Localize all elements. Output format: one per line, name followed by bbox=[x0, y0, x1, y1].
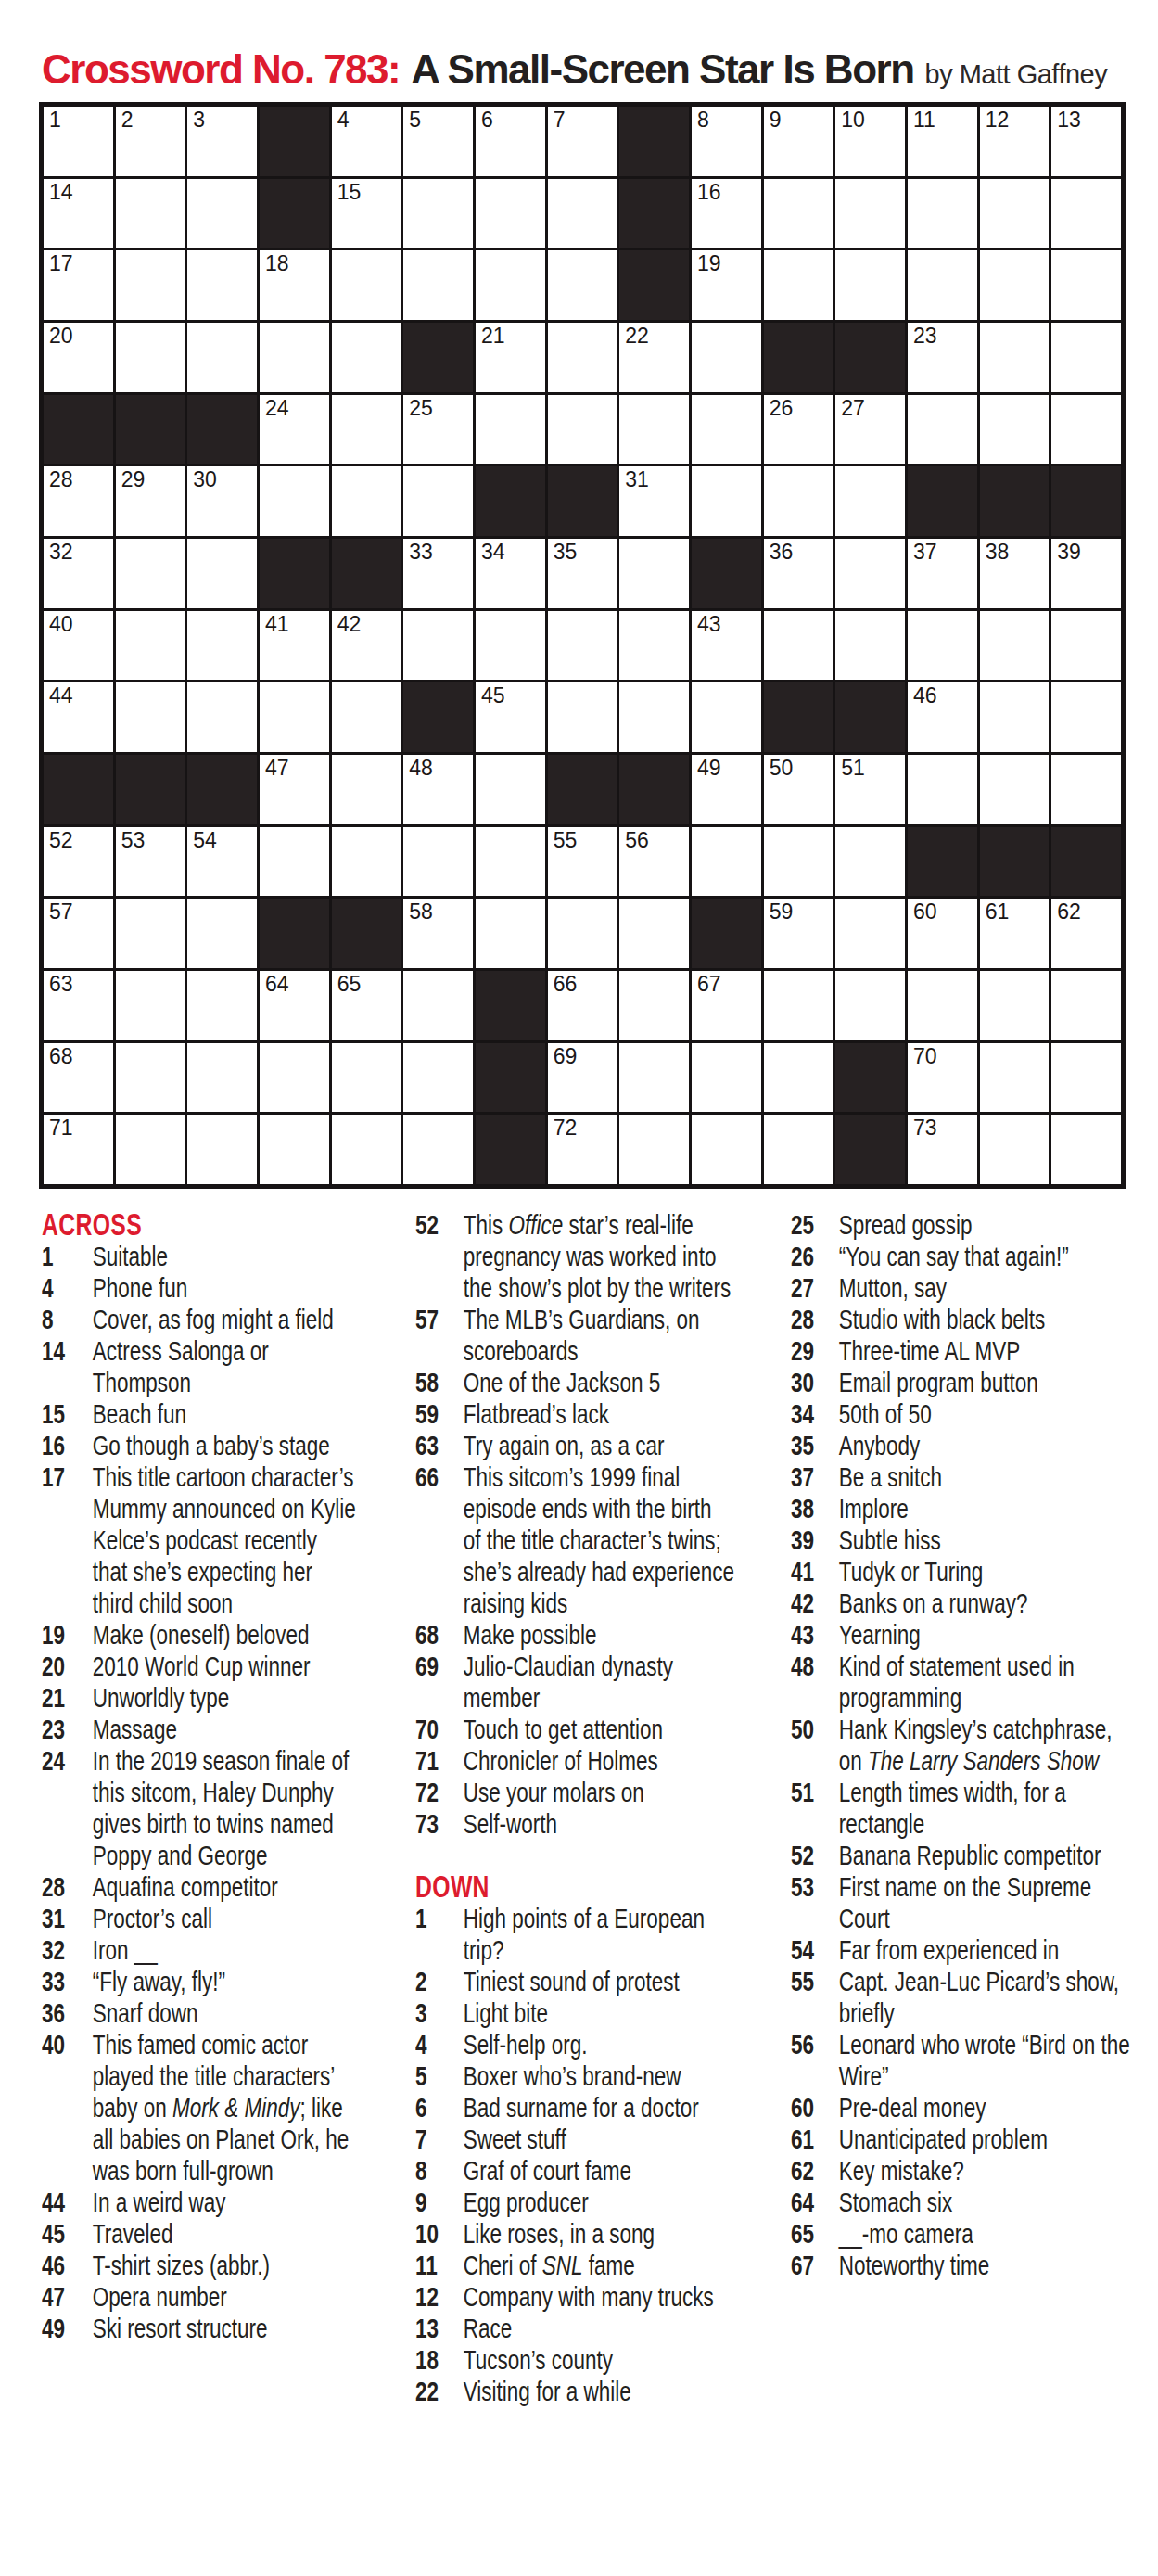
grid-cell[interactable]: 29 bbox=[116, 466, 185, 536]
grid-cell[interactable]: 67 bbox=[692, 971, 761, 1040]
clue-text: Ski resort structure bbox=[93, 2313, 357, 2344]
puzzle-title: Crossword No. 783: A Small-Screen Star I… bbox=[42, 46, 1107, 93]
cell-number: 57 bbox=[49, 899, 73, 924]
grid-cell[interactable] bbox=[980, 250, 1050, 320]
grid-cell[interactable] bbox=[980, 179, 1050, 249]
clue-number: 36 bbox=[42, 1997, 93, 2029]
grid-cell[interactable] bbox=[332, 827, 401, 897]
clue-row: 4Phone fun bbox=[42, 1272, 357, 1304]
grid-cell[interactable] bbox=[187, 323, 257, 392]
clue-row: 38Implore bbox=[791, 1493, 1130, 1524]
block-cell bbox=[403, 323, 473, 392]
grid-cell[interactable]: 18 bbox=[260, 250, 329, 320]
grid-cell[interactable]: 33 bbox=[403, 539, 473, 608]
clue-number: 44 bbox=[42, 2187, 93, 2218]
block-cell bbox=[692, 899, 761, 968]
grid-cell[interactable]: 44 bbox=[44, 682, 113, 752]
grid-cell[interactable]: 60 bbox=[908, 899, 977, 968]
grid-cell[interactable]: 38 bbox=[980, 539, 1050, 608]
grid-cell[interactable]: 21 bbox=[476, 323, 545, 392]
clue-text: This famed comic actor played the title … bbox=[93, 2029, 357, 2187]
grid-cell[interactable] bbox=[116, 539, 185, 608]
cell-number: 62 bbox=[1057, 899, 1081, 924]
grid-cell[interactable] bbox=[260, 682, 329, 752]
grid-cell[interactable]: 62 bbox=[1051, 899, 1121, 968]
clue-row: 5Boxer who’s brand-new bbox=[415, 2060, 734, 2092]
grid-cell[interactable]: 25 bbox=[403, 395, 473, 465]
grid-cell[interactable] bbox=[548, 899, 617, 968]
clue-text: In a weird way bbox=[93, 2187, 357, 2218]
clue-number: 52 bbox=[415, 1209, 464, 1241]
clue-row: 10Like roses, in a song bbox=[415, 2218, 734, 2250]
grid-cell[interactable]: 45 bbox=[476, 682, 545, 752]
clues-column-2: 52This Office star’s real-life pregnancy… bbox=[415, 1209, 734, 2407]
grid-cell[interactable] bbox=[980, 755, 1050, 824]
clue-text: Kind of statement used in programming bbox=[839, 1651, 1130, 1714]
clue-text: This title cartoon character’s Mummy ann… bbox=[93, 1461, 357, 1619]
clue-number: 15 bbox=[42, 1398, 93, 1430]
grid-cell[interactable]: 10 bbox=[835, 107, 905, 176]
clue-number: 23 bbox=[42, 1714, 93, 1745]
grid-cell[interactable] bbox=[1051, 179, 1121, 249]
clue-row: 27Mutton, say bbox=[791, 1272, 1130, 1304]
clue-row: 33“Fly away, fly!” bbox=[42, 1966, 357, 1997]
block-cell bbox=[835, 1043, 905, 1113]
clue-row: 24In the 2019 season finale of this sitc… bbox=[42, 1745, 357, 1871]
grid-cell[interactable] bbox=[116, 682, 185, 752]
clue-number: 46 bbox=[42, 2250, 93, 2281]
clue-text: In the 2019 season finale of this sitcom… bbox=[93, 1745, 357, 1871]
clue-row: 66This sitcom’s 1999 final episode ends … bbox=[415, 1461, 734, 1619]
cell-number: 23 bbox=[913, 324, 937, 348]
grid-cell[interactable]: 19 bbox=[692, 250, 761, 320]
grid-cell[interactable] bbox=[692, 827, 761, 897]
grid-cell[interactable] bbox=[980, 1043, 1050, 1113]
grid-cell[interactable]: 37 bbox=[908, 539, 977, 608]
grid-cell[interactable] bbox=[476, 899, 545, 968]
grid-cell[interactable] bbox=[908, 611, 977, 681]
clue-number: 8 bbox=[415, 2155, 464, 2187]
clue-row: 71Chronicler of Holmes bbox=[415, 1745, 734, 1777]
grid-cell[interactable] bbox=[980, 682, 1050, 752]
grid-cell[interactable] bbox=[403, 179, 473, 249]
grid-cell[interactable] bbox=[548, 250, 617, 320]
grid-cell[interactable] bbox=[332, 755, 401, 824]
grid-cell[interactable]: 12 bbox=[980, 107, 1050, 176]
grid-cell[interactable] bbox=[619, 1115, 689, 1184]
grid-cell[interactable]: 35 bbox=[548, 539, 617, 608]
clue-number: 18 bbox=[415, 2344, 464, 2376]
clue-text: Unworldly type bbox=[93, 1682, 357, 1714]
grid-cell[interactable] bbox=[764, 466, 834, 536]
clue-row: 18Tucson’s county bbox=[415, 2344, 734, 2376]
clue-text: Self-help org. bbox=[464, 2029, 735, 2060]
clue-number: 4 bbox=[42, 1272, 93, 1304]
grid-cell[interactable]: 43 bbox=[692, 611, 761, 681]
grid-cell[interactable] bbox=[548, 395, 617, 465]
grid-cell[interactable] bbox=[1051, 1043, 1121, 1113]
grid-cell[interactable] bbox=[403, 827, 473, 897]
grid-cell[interactable] bbox=[116, 611, 185, 681]
grid-cell[interactable] bbox=[548, 323, 617, 392]
grid-cell[interactable]: 6 bbox=[476, 107, 545, 176]
grid-cell[interactable] bbox=[764, 971, 834, 1040]
clue-number: 62 bbox=[791, 2155, 839, 2187]
grid-cell[interactable]: 58 bbox=[403, 899, 473, 968]
grid-cell[interactable]: 31 bbox=[619, 466, 689, 536]
grid-cell[interactable] bbox=[476, 755, 545, 824]
cell-number: 36 bbox=[770, 540, 794, 564]
grid-cell[interactable] bbox=[116, 323, 185, 392]
grid-cell[interactable] bbox=[980, 1115, 1050, 1184]
block-cell bbox=[403, 682, 473, 752]
cell-number: 40 bbox=[49, 612, 73, 636]
grid-cell[interactable] bbox=[476, 250, 545, 320]
grid-cell[interactable] bbox=[619, 682, 689, 752]
grid-cell[interactable] bbox=[692, 682, 761, 752]
grid-cell[interactable]: 68 bbox=[44, 1043, 113, 1113]
cell-number: 65 bbox=[337, 972, 362, 996]
grid-cell[interactable]: 42 bbox=[332, 611, 401, 681]
grid-cell[interactable]: 61 bbox=[980, 899, 1050, 968]
grid-cell[interactable] bbox=[1051, 1115, 1121, 1184]
clue-text: Length times width, for a rectangle bbox=[839, 1777, 1130, 1840]
grid-cell[interactable] bbox=[1051, 755, 1121, 824]
grid-cell[interactable]: 9 bbox=[764, 107, 834, 176]
block-cell bbox=[619, 179, 689, 249]
clue-number: 1 bbox=[42, 1241, 93, 1272]
grid-cell[interactable] bbox=[908, 755, 977, 824]
clue-number: 54 bbox=[791, 1934, 839, 1966]
grid-cell[interactable] bbox=[403, 611, 473, 681]
grid-cell[interactable] bbox=[619, 899, 689, 968]
cell-number: 4 bbox=[337, 108, 350, 132]
clue-row: 73Self-worth bbox=[415, 1808, 734, 1840]
cell-number: 68 bbox=[49, 1044, 73, 1068]
clue-row: 19Make (oneself) beloved bbox=[42, 1619, 357, 1651]
grid-cell[interactable]: 69 bbox=[548, 1043, 617, 1113]
grid-cell[interactable] bbox=[260, 1043, 329, 1113]
grid-cell[interactable]: 70 bbox=[908, 1043, 977, 1113]
grid-cell[interactable]: 7 bbox=[548, 107, 617, 176]
grid-cell[interactable]: 28 bbox=[44, 466, 113, 536]
clue-text: Cover, as fog might a field bbox=[93, 1304, 357, 1335]
grid-cell[interactable]: 46 bbox=[908, 682, 977, 752]
grid-cell[interactable]: 56 bbox=[619, 827, 689, 897]
grid-cell[interactable]: 51 bbox=[835, 755, 905, 824]
clue-text: Boxer who’s brand-new bbox=[464, 2060, 735, 2092]
grid-cell[interactable] bbox=[835, 466, 905, 536]
grid-cell[interactable]: 52 bbox=[44, 827, 113, 897]
grid-cell[interactable]: 72 bbox=[548, 1115, 617, 1184]
block-cell bbox=[260, 899, 329, 968]
cell-number: 14 bbox=[49, 180, 73, 204]
grid-cell[interactable] bbox=[908, 971, 977, 1040]
clue-number: 11 bbox=[415, 2250, 464, 2281]
grid-cell[interactable]: 53 bbox=[116, 827, 185, 897]
grid-cell[interactable]: 24 bbox=[260, 395, 329, 465]
grid-cell[interactable] bbox=[116, 971, 185, 1040]
clue-row: 64Stomach six bbox=[791, 2187, 1130, 2218]
grid-cell[interactable] bbox=[835, 611, 905, 681]
grid-cell[interactable] bbox=[692, 395, 761, 465]
grid-cell[interactable] bbox=[835, 539, 905, 608]
grid-cell[interactable]: 39 bbox=[1051, 539, 1121, 608]
grid-cell[interactable] bbox=[1051, 611, 1121, 681]
grid-cell[interactable]: 54 bbox=[187, 827, 257, 897]
grid-cell[interactable] bbox=[260, 1115, 329, 1184]
clue-number: 55 bbox=[791, 1966, 839, 1997]
grid-cell[interactable]: 5 bbox=[403, 107, 473, 176]
grid-cell[interactable]: 11 bbox=[908, 107, 977, 176]
grid-cell[interactable] bbox=[476, 395, 545, 465]
grid-cell[interactable] bbox=[980, 395, 1050, 465]
grid-cell[interactable]: 22 bbox=[619, 323, 689, 392]
grid-cell[interactable] bbox=[476, 827, 545, 897]
grid-cell[interactable] bbox=[116, 250, 185, 320]
clue-text: Company with many trucks bbox=[464, 2281, 735, 2313]
clue-text: Banks on a runway? bbox=[839, 1588, 1130, 1619]
grid-cell[interactable]: 71 bbox=[44, 1115, 113, 1184]
grid-cell[interactable] bbox=[619, 395, 689, 465]
grid-cell[interactable]: 50 bbox=[764, 755, 834, 824]
grid-cell[interactable] bbox=[476, 179, 545, 249]
grid-cell[interactable]: 41 bbox=[260, 611, 329, 681]
clue-row: 70Touch to get attention bbox=[415, 1714, 734, 1745]
grid-cell[interactable] bbox=[332, 250, 401, 320]
cell-number: 31 bbox=[625, 467, 649, 491]
clue-text: Egg producer bbox=[464, 2187, 735, 2218]
grid-cell[interactable] bbox=[908, 250, 977, 320]
grid-cell[interactable]: 2 bbox=[116, 107, 185, 176]
grid-cell[interactable] bbox=[116, 1115, 185, 1184]
clue-row: 21Unworldly type bbox=[42, 1682, 357, 1714]
grid-cell[interactable]: 49 bbox=[692, 755, 761, 824]
grid-cell[interactable] bbox=[332, 466, 401, 536]
grid-cell[interactable]: 59 bbox=[764, 899, 834, 968]
block-cell bbox=[44, 395, 113, 465]
grid-cell[interactable] bbox=[619, 1043, 689, 1113]
grid-cell[interactable] bbox=[1051, 971, 1121, 1040]
clue-text: Like roses, in a song bbox=[464, 2218, 735, 2250]
cell-number: 33 bbox=[409, 540, 433, 564]
cell-number: 16 bbox=[697, 180, 721, 204]
grid-cell[interactable]: 4 bbox=[332, 107, 401, 176]
grid-cell[interactable] bbox=[835, 250, 905, 320]
block-cell bbox=[187, 755, 257, 824]
block-cell bbox=[619, 250, 689, 320]
clue-text: First name on the Supreme Court bbox=[839, 1871, 1130, 1934]
clue-number: 12 bbox=[415, 2281, 464, 2313]
clue-number: 33 bbox=[42, 1966, 93, 1997]
grid-cell[interactable] bbox=[835, 179, 905, 249]
grid-cell[interactable]: 63 bbox=[44, 971, 113, 1040]
grid-cell[interactable] bbox=[187, 611, 257, 681]
clue-number: 30 bbox=[791, 1367, 839, 1398]
clue-row: 9Egg producer bbox=[415, 2187, 734, 2218]
clue-number: 25 bbox=[791, 1209, 839, 1241]
grid-cell[interactable] bbox=[980, 323, 1050, 392]
clue-row: 8Graf of court fame bbox=[415, 2155, 734, 2187]
grid-cell[interactable] bbox=[187, 539, 257, 608]
grid-cell[interactable]: 65 bbox=[332, 971, 401, 1040]
grid-cell[interactable] bbox=[1051, 250, 1121, 320]
grid-cell[interactable] bbox=[764, 179, 834, 249]
clue-text: __-mo camera bbox=[839, 2218, 1130, 2250]
grid-cell[interactable] bbox=[835, 827, 905, 897]
clue-text: One of the Jackson 5 bbox=[464, 1367, 735, 1398]
cell-number: 39 bbox=[1057, 540, 1081, 564]
grid-cell[interactable] bbox=[187, 899, 257, 968]
grid-cell[interactable]: 14 bbox=[44, 179, 113, 249]
grid-cell[interactable] bbox=[908, 395, 977, 465]
grid-cell[interactable] bbox=[619, 971, 689, 1040]
clue-row: 8Cover, as fog might a field bbox=[42, 1304, 357, 1335]
cell-number: 66 bbox=[554, 972, 578, 996]
cell-number: 35 bbox=[554, 540, 578, 564]
grid-cell[interactable] bbox=[403, 1043, 473, 1113]
grid-cell[interactable]: 55 bbox=[548, 827, 617, 897]
grid-cell[interactable] bbox=[692, 323, 761, 392]
clue-text: T-shirt sizes (abbr.) bbox=[93, 2250, 357, 2281]
grid-cell[interactable] bbox=[1051, 682, 1121, 752]
clue-number: 50 bbox=[791, 1714, 839, 1745]
clue-row: 63Try again on, as a car bbox=[415, 1430, 734, 1461]
grid-cell[interactable] bbox=[260, 827, 329, 897]
clue-row: 31Proctor’s call bbox=[42, 1903, 357, 1934]
grid-cell[interactable] bbox=[187, 1115, 257, 1184]
grid-cell[interactable] bbox=[692, 1115, 761, 1184]
clue-number: 67 bbox=[791, 2250, 839, 2281]
cell-number: 1 bbox=[49, 108, 61, 132]
grid-cell[interactable] bbox=[548, 611, 617, 681]
clue-row: 46T-shirt sizes (abbr.) bbox=[42, 2250, 357, 2281]
block-cell bbox=[260, 107, 329, 176]
grid-cell[interactable] bbox=[403, 971, 473, 1040]
grid-cell[interactable] bbox=[332, 682, 401, 752]
cell-number: 54 bbox=[193, 828, 217, 852]
grid-cell[interactable] bbox=[692, 466, 761, 536]
cell-number: 19 bbox=[697, 251, 721, 275]
grid-cell[interactable] bbox=[1051, 395, 1121, 465]
grid-cell[interactable] bbox=[835, 899, 905, 968]
grid-cell[interactable]: 40 bbox=[44, 611, 113, 681]
grid-cell[interactable] bbox=[332, 1043, 401, 1113]
grid-cell[interactable] bbox=[187, 682, 257, 752]
grid-cell[interactable]: 3 bbox=[187, 107, 257, 176]
grid-cell[interactable]: 27 bbox=[835, 395, 905, 465]
grid-cell[interactable] bbox=[403, 466, 473, 536]
clue-text: Tucson’s county bbox=[464, 2344, 735, 2376]
clue-number: 7 bbox=[415, 2123, 464, 2155]
grid-cell[interactable] bbox=[692, 1043, 761, 1113]
clue-text: Yearning bbox=[839, 1619, 1130, 1651]
cell-number: 50 bbox=[770, 756, 794, 780]
grid-cell[interactable]: 26 bbox=[764, 395, 834, 465]
grid-cell[interactable] bbox=[764, 827, 834, 897]
grid-cell[interactable]: 20 bbox=[44, 323, 113, 392]
grid-cell[interactable]: 16 bbox=[692, 179, 761, 249]
grid-cell[interactable] bbox=[619, 611, 689, 681]
grid-cell[interactable] bbox=[187, 1043, 257, 1113]
grid-cell[interactable] bbox=[187, 971, 257, 1040]
grid-cell[interactable]: 15 bbox=[332, 179, 401, 249]
clue-number: 43 bbox=[791, 1619, 839, 1651]
clue-number: 24 bbox=[42, 1745, 93, 1777]
grid-cell[interactable]: 73 bbox=[908, 1115, 977, 1184]
clue-text: Far from experienced in bbox=[839, 1934, 1130, 1966]
grid-cell[interactable]: 64 bbox=[260, 971, 329, 1040]
grid-cell[interactable] bbox=[764, 611, 834, 681]
grid-cell[interactable] bbox=[908, 179, 977, 249]
grid-cell[interactable] bbox=[764, 250, 834, 320]
clue-row: 22Visiting for a while bbox=[415, 2376, 734, 2407]
clue-number: 64 bbox=[791, 2187, 839, 2218]
grid-cell[interactable]: 34 bbox=[476, 539, 545, 608]
cell-number: 34 bbox=[481, 540, 505, 564]
grid-cell[interactable] bbox=[548, 179, 617, 249]
clue-row: 16Go though a baby’s stage bbox=[42, 1430, 357, 1461]
grid-cell[interactable] bbox=[332, 323, 401, 392]
grid-cell[interactable] bbox=[764, 1043, 834, 1113]
grid-cell[interactable] bbox=[403, 250, 473, 320]
grid-cell[interactable] bbox=[619, 539, 689, 608]
grid-cell[interactable] bbox=[1051, 323, 1121, 392]
grid-cell[interactable] bbox=[116, 179, 185, 249]
grid-cell[interactable] bbox=[332, 395, 401, 465]
grid-cell[interactable] bbox=[980, 971, 1050, 1040]
grid-cell[interactable] bbox=[260, 466, 329, 536]
grid-cell[interactable]: 8 bbox=[692, 107, 761, 176]
grid-cell[interactable]: 17 bbox=[44, 250, 113, 320]
grid-cell[interactable] bbox=[260, 323, 329, 392]
grid-cell[interactable]: 13 bbox=[1051, 107, 1121, 176]
clue-text: Opera number bbox=[93, 2281, 357, 2313]
cell-number: 67 bbox=[697, 972, 721, 996]
clue-number: 32 bbox=[42, 1934, 93, 1966]
grid-cell[interactable] bbox=[187, 250, 257, 320]
block-cell bbox=[764, 682, 834, 752]
clue-number: 22 bbox=[415, 2376, 464, 2407]
cell-number: 6 bbox=[481, 108, 493, 132]
clue-text: The MLB’s Guardians, on scoreboards bbox=[464, 1304, 735, 1367]
grid-cell[interactable] bbox=[548, 682, 617, 752]
grid-cell[interactable] bbox=[980, 611, 1050, 681]
grid-cell[interactable] bbox=[403, 1115, 473, 1184]
grid-cell[interactable] bbox=[476, 611, 545, 681]
grid-cell[interactable] bbox=[187, 179, 257, 249]
clue-text: Visiting for a while bbox=[464, 2376, 735, 2407]
grid-cell[interactable]: 23 bbox=[908, 323, 977, 392]
grid-cell[interactable]: 36 bbox=[764, 539, 834, 608]
grid-cell[interactable] bbox=[764, 1115, 834, 1184]
block-cell bbox=[476, 466, 545, 536]
grid-cell[interactable]: 30 bbox=[187, 466, 257, 536]
grid-cell[interactable]: 1 bbox=[44, 107, 113, 176]
grid-cell[interactable] bbox=[835, 971, 905, 1040]
block-cell bbox=[908, 466, 977, 536]
block-cell bbox=[835, 323, 905, 392]
grid-cell[interactable]: 32 bbox=[44, 539, 113, 608]
grid-cell[interactable]: 47 bbox=[260, 755, 329, 824]
grid-cell[interactable] bbox=[116, 1043, 185, 1113]
grid-cell[interactable] bbox=[332, 1115, 401, 1184]
grid-cell[interactable] bbox=[116, 899, 185, 968]
grid-cell[interactable]: 66 bbox=[548, 971, 617, 1040]
grid-cell[interactable]: 48 bbox=[403, 755, 473, 824]
clue-number: 8 bbox=[42, 1304, 93, 1335]
grid-cell[interactable]: 57 bbox=[44, 899, 113, 968]
